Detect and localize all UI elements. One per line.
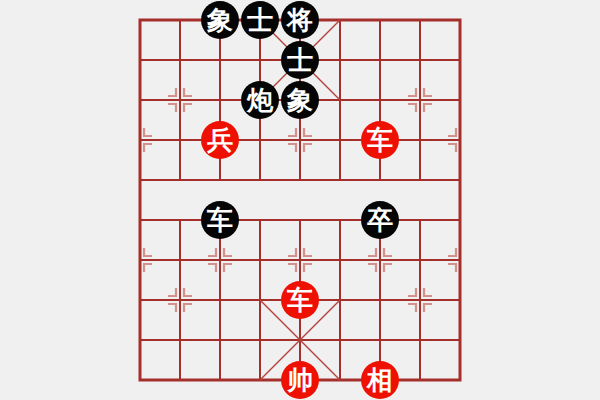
piece-black-general[interactable]: 将	[281, 1, 319, 39]
piece-black-elephant-1[interactable]: 象	[201, 1, 239, 39]
piece-red-soldier[interactable]: 兵	[201, 121, 239, 159]
piece-red-general[interactable]: 帅	[281, 361, 319, 399]
piece-black-advisor-1[interactable]: 士	[241, 1, 279, 39]
piece-red-chariot-2[interactable]: 车	[281, 281, 319, 319]
piece-black-advisor-2[interactable]: 士	[281, 41, 319, 79]
piece-black-chariot[interactable]: 车	[201, 201, 239, 239]
pieces-layer: 象士将士炮象兵车车卒车帅相	[120, 0, 480, 400]
xiangqi-board-area: 象士将士炮象兵车车卒车帅相	[0, 0, 600, 400]
piece-red-elephant[interactable]: 相	[361, 361, 399, 399]
piece-black-elephant-2[interactable]: 象	[281, 81, 319, 119]
piece-black-cannon[interactable]: 炮	[241, 81, 279, 119]
piece-red-chariot-1[interactable]: 车	[361, 121, 399, 159]
piece-black-soldier[interactable]: 卒	[361, 201, 399, 239]
